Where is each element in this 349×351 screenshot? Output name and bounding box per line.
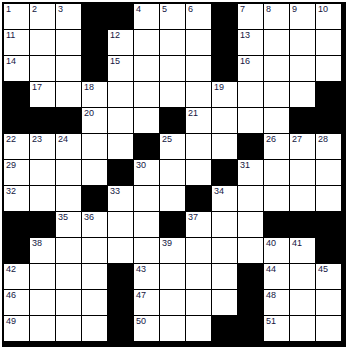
clue-number-43: 43 [136,264,146,274]
white-cell-r2c12[interactable] [316,56,341,81]
clue-number-26: 26 [266,134,276,144]
white-cell-r0c10[interactable]: 8 [264,4,289,29]
white-cell-r0c6[interactable]: 5 [160,4,185,29]
white-cell-r9c1[interactable]: 38 [30,238,55,263]
white-cell-r2c0[interactable]: 14 [4,56,29,81]
white-cell-r1c10[interactable] [264,30,289,55]
white-cell-r0c12[interactable]: 10 [316,4,341,29]
black-cell-r2c8 [212,56,237,81]
white-cell-r10c7[interactable] [186,264,211,289]
white-cell-r5c6[interactable]: 25 [160,134,185,159]
white-cell-r5c4[interactable] [108,134,133,159]
white-cell-r6c9[interactable]: 31 [238,160,263,185]
clue-number-7: 7 [240,4,245,14]
white-cell-r2c2[interactable] [56,56,81,81]
clue-number-5: 5 [162,4,167,14]
white-cell-r11c5[interactable]: 47 [134,290,159,315]
white-cell-r6c5[interactable]: 30 [134,160,159,185]
white-cell-r12c3[interactable] [82,316,107,341]
crossword-grid: 1234567891011121314151617181920212223242… [2,2,346,347]
white-cell-r1c5[interactable] [134,30,159,55]
white-cell-r5c7[interactable] [186,134,211,159]
white-cell-r8c3[interactable]: 36 [82,212,107,237]
white-cell-r7c1[interactable] [30,186,55,211]
black-cell-r5c5 [134,134,159,159]
white-cell-r1c11[interactable] [290,30,315,55]
clue-number-48: 48 [266,290,276,300]
clue-number-40: 40 [266,238,276,248]
clue-number-27: 27 [292,134,302,144]
white-cell-r11c12[interactable] [316,290,341,315]
white-cell-r8c5[interactable] [134,212,159,237]
white-cell-r9c11[interactable]: 41 [290,238,315,263]
black-cell-r3c0 [4,82,29,107]
clue-number-44: 44 [266,264,276,274]
crossword-page: 1234567891011121314151617181920212223242… [0,0,349,351]
clue-number-47: 47 [136,290,146,300]
white-cell-r11c8[interactable] [212,290,237,315]
white-cell-r2c4[interactable]: 15 [108,56,133,81]
white-cell-r12c0[interactable]: 49 [4,316,29,341]
clue-number-20: 20 [84,108,94,118]
white-cell-r12c11[interactable] [290,316,315,341]
black-cell-r4c11 [290,108,315,133]
black-cell-r9c0 [4,238,29,263]
black-cell-r9c12 [316,238,341,263]
black-cell-r0c8 [212,4,237,29]
white-cell-r9c6[interactable]: 39 [160,238,185,263]
white-cell-r6c0[interactable]: 29 [4,160,29,185]
white-cell-r1c0[interactable]: 11 [4,30,29,55]
clue-number-15: 15 [110,56,120,66]
white-cell-r12c1[interactable] [30,316,55,341]
white-cell-r1c1[interactable] [30,30,55,55]
clue-number-32: 32 [6,186,16,196]
white-cell-r11c1[interactable] [30,290,55,315]
white-cell-r3c6[interactable] [160,82,185,107]
white-cell-r0c9[interactable]: 7 [238,4,263,29]
clue-number-10: 10 [318,4,328,14]
clue-number-39: 39 [162,238,172,248]
white-cell-r2c6[interactable] [160,56,185,81]
white-cell-r9c7[interactable] [186,238,211,263]
black-cell-r12c4 [108,316,133,341]
white-cell-r7c10[interactable] [264,186,289,211]
white-cell-r1c9[interactable]: 13 [238,30,263,55]
white-cell-r4c10[interactable] [264,108,289,133]
white-cell-r11c2[interactable] [56,290,81,315]
clue-number-38: 38 [32,238,42,248]
white-cell-r7c2[interactable] [56,186,81,211]
white-cell-r8c9[interactable] [238,212,263,237]
clue-number-17: 17 [32,82,42,92]
white-cell-r11c6[interactable] [160,290,185,315]
white-cell-r0c11[interactable]: 9 [290,4,315,29]
white-cell-r5c1[interactable]: 23 [30,134,55,159]
white-cell-r3c7[interactable] [186,82,211,107]
white-cell-r9c8[interactable] [212,238,237,263]
white-cell-r8c4[interactable] [108,212,133,237]
white-cell-r3c10[interactable] [264,82,289,107]
clue-number-25: 25 [162,134,172,144]
white-cell-r9c10[interactable]: 40 [264,238,289,263]
clue-number-49: 49 [6,316,16,326]
white-cell-r7c8[interactable]: 34 [212,186,237,211]
white-cell-r8c2[interactable]: 35 [56,212,81,237]
black-cell-r8c0 [4,212,29,237]
white-cell-r6c11[interactable] [290,160,315,185]
clue-number-46: 46 [6,290,16,300]
white-cell-r6c1[interactable] [30,160,55,185]
clue-number-50: 50 [136,316,146,326]
white-cell-r9c2[interactable] [56,238,81,263]
white-cell-r1c12[interactable] [316,30,341,55]
white-cell-r3c9[interactable] [238,82,263,107]
clue-number-21: 21 [188,108,198,118]
black-cell-r8c1 [30,212,55,237]
white-cell-r12c2[interactable] [56,316,81,341]
white-cell-r3c2[interactable] [56,82,81,107]
white-cell-r12c6[interactable] [160,316,185,341]
white-cell-r2c7[interactable] [186,56,211,81]
white-cell-r1c6[interactable] [160,30,185,55]
white-cell-r4c4[interactable] [108,108,133,133]
white-cell-r7c12[interactable] [316,186,341,211]
white-cell-r4c8[interactable] [212,108,237,133]
white-cell-r7c0[interactable]: 32 [4,186,29,211]
white-cell-r9c3[interactable] [82,238,107,263]
black-cell-r10c9 [238,264,263,289]
clue-number-34: 34 [214,186,224,196]
clue-number-11: 11 [6,30,15,40]
black-cell-r0c4 [108,4,133,29]
black-cell-r4c6 [160,108,185,133]
white-cell-r1c7[interactable] [186,30,211,55]
black-cell-r0c3 [82,4,107,29]
clue-number-42: 42 [6,264,16,274]
clue-number-33: 33 [110,186,120,196]
white-cell-r0c1[interactable]: 2 [30,4,55,29]
white-cell-r10c5[interactable]: 43 [134,264,159,289]
white-cell-r2c10[interactable] [264,56,289,81]
white-cell-r3c1[interactable]: 17 [30,82,55,107]
black-cell-r6c8 [212,160,237,185]
clue-number-29: 29 [6,160,16,170]
clue-number-6: 6 [188,4,193,14]
white-cell-r3c5[interactable] [134,82,159,107]
clue-number-12: 12 [110,30,120,40]
white-cell-r10c10[interactable]: 44 [264,264,289,289]
clue-number-16: 16 [240,56,250,66]
white-cell-r2c11[interactable] [290,56,315,81]
black-cell-r1c8 [212,30,237,55]
white-cell-r10c0[interactable]: 42 [4,264,29,289]
black-cell-r8c11 [290,212,315,237]
white-cell-r4c5[interactable] [134,108,159,133]
white-cell-r7c6[interactable] [160,186,185,211]
black-cell-r6c4 [108,160,133,185]
white-cell-r0c2[interactable]: 3 [56,4,81,29]
clue-number-19: 19 [214,82,224,92]
white-cell-r7c9[interactable] [238,186,263,211]
clue-number-2: 2 [32,4,37,14]
clue-number-41: 41 [292,238,302,248]
black-cell-r1c3 [82,30,107,55]
white-cell-r10c8[interactable] [212,264,237,289]
black-cell-r8c6 [160,212,185,237]
clue-number-13: 13 [240,30,250,40]
white-cell-r10c6[interactable] [160,264,185,289]
white-cell-r11c7[interactable] [186,290,211,315]
clue-number-51: 51 [266,316,276,326]
black-cell-r12c8 [212,316,237,341]
white-cell-r2c9[interactable]: 16 [238,56,263,81]
white-cell-r0c5[interactable]: 4 [134,4,159,29]
white-cell-r10c11[interactable] [290,264,315,289]
white-cell-r1c4[interactable]: 12 [108,30,133,55]
white-cell-r4c9[interactable] [238,108,263,133]
clue-number-3: 3 [58,4,63,14]
white-cell-r9c9[interactable] [238,238,263,263]
black-cell-r3c12 [316,82,341,107]
clue-number-28: 28 [318,134,328,144]
clue-number-1: 1 [6,4,11,14]
white-cell-r0c7[interactable]: 6 [186,4,211,29]
clue-number-31: 31 [240,160,250,170]
black-cell-r8c12 [316,212,341,237]
white-cell-r4c3[interactable]: 20 [82,108,107,133]
clue-number-23: 23 [32,134,42,144]
black-cell-r8c10 [264,212,289,237]
clue-number-35: 35 [58,212,68,222]
clue-number-37: 37 [188,212,198,222]
clue-number-45: 45 [318,264,328,274]
white-cell-r12c5[interactable]: 50 [134,316,159,341]
white-cell-r5c3[interactable] [82,134,107,159]
clue-number-30: 30 [136,160,146,170]
clue-number-18: 18 [84,82,94,92]
white-cell-r5c12[interactable]: 28 [316,134,341,159]
white-cell-r10c12[interactable]: 45 [316,264,341,289]
white-cell-r12c7[interactable] [186,316,211,341]
white-cell-r3c3[interactable]: 18 [82,82,107,107]
white-cell-r5c8[interactable] [212,134,237,159]
black-cell-r4c1 [30,108,55,133]
black-cell-r11c9 [238,290,263,315]
black-cell-r12c9 [238,316,263,341]
white-cell-r5c0[interactable]: 22 [4,134,29,159]
white-cell-r3c8[interactable]: 19 [212,82,237,107]
clue-number-24: 24 [58,134,68,144]
white-cell-r6c12[interactable] [316,160,341,185]
white-cell-r6c3[interactable] [82,160,107,185]
clue-number-4: 4 [136,4,141,14]
white-cell-r2c1[interactable] [30,56,55,81]
white-cell-r9c4[interactable] [108,238,133,263]
white-cell-r3c11[interactable] [290,82,315,107]
black-cell-r7c7 [186,186,211,211]
white-cell-r5c11[interactable]: 27 [290,134,315,159]
white-cell-r6c6[interactable] [160,160,185,185]
black-cell-r2c3 [82,56,107,81]
white-cell-r3c4[interactable] [108,82,133,107]
clue-number-22: 22 [6,134,16,144]
clue-number-36: 36 [84,212,94,222]
black-cell-r4c2 [56,108,81,133]
white-cell-r1c2[interactable] [56,30,81,55]
clue-number-9: 9 [292,4,297,14]
black-cell-r7c3 [82,186,107,211]
white-cell-r12c10[interactable]: 51 [264,316,289,341]
black-cell-r5c9 [238,134,263,159]
white-cell-r11c11[interactable] [290,290,315,315]
white-cell-r6c7[interactable] [186,160,211,185]
white-cell-r11c0[interactable]: 46 [4,290,29,315]
clue-number-8: 8 [266,4,271,14]
white-cell-r4c7[interactable]: 21 [186,108,211,133]
white-cell-r9c5[interactable] [134,238,159,263]
white-cell-r0c0[interactable]: 1 [4,4,29,29]
white-cell-r7c4[interactable]: 33 [108,186,133,211]
white-cell-r6c2[interactable] [56,160,81,185]
white-cell-r11c10[interactable]: 48 [264,290,289,315]
black-cell-r4c12 [316,108,341,133]
black-cell-r4c0 [4,108,29,133]
white-cell-r10c2[interactable] [56,264,81,289]
white-cell-r11c3[interactable] [82,290,107,315]
white-cell-r10c3[interactable] [82,264,107,289]
white-cell-r7c11[interactable] [290,186,315,211]
white-cell-r8c7[interactable]: 37 [186,212,211,237]
white-cell-r2c5[interactable] [134,56,159,81]
black-cell-r11c4 [108,290,133,315]
black-cell-r10c4 [108,264,133,289]
white-cell-r5c10[interactable]: 26 [264,134,289,159]
white-cell-r6c10[interactable] [264,160,289,185]
white-cell-r5c2[interactable]: 24 [56,134,81,159]
white-cell-r12c12[interactable] [316,316,341,341]
white-cell-r10c1[interactable] [30,264,55,289]
clue-number-14: 14 [6,56,16,66]
white-cell-r7c5[interactable] [134,186,159,211]
white-cell-r8c8[interactable] [212,212,237,237]
